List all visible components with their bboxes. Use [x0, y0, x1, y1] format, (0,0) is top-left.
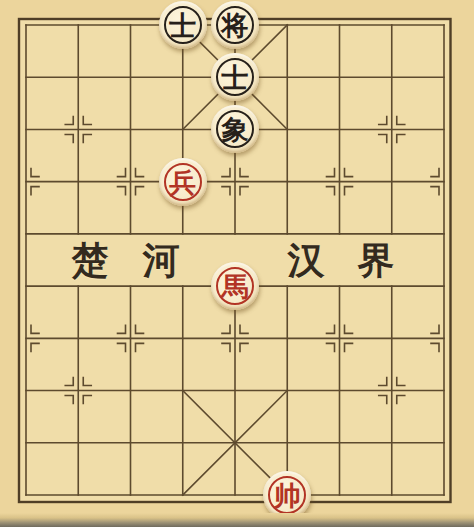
- piece-black-advisor-2[interactable]: 士: [211, 53, 259, 101]
- piece-glyph: 象: [211, 105, 259, 153]
- bottom-edge-shadow: [0, 513, 474, 527]
- piece-red-general[interactable]: 帅: [263, 471, 311, 519]
- piece-glyph: 士: [159, 1, 207, 49]
- piece-glyph: 兵: [159, 158, 207, 206]
- piece-red-soldier[interactable]: 兵: [159, 158, 207, 206]
- piece-glyph: 士: [211, 53, 259, 101]
- piece-black-general[interactable]: 将: [211, 1, 259, 49]
- piece-glyph: 将: [211, 1, 259, 49]
- piece-red-horse[interactable]: 馬: [211, 262, 259, 310]
- xiangqi-board[interactable]: 楚 河 汉 界 士将士象兵馬帅: [0, 0, 474, 527]
- piece-black-elephant[interactable]: 象: [211, 105, 259, 153]
- pieces-layer: 士将士象兵馬帅: [0, 0, 474, 527]
- piece-glyph: 馬: [211, 262, 259, 310]
- piece-glyph: 帅: [263, 471, 311, 519]
- piece-black-advisor-1[interactable]: 士: [159, 1, 207, 49]
